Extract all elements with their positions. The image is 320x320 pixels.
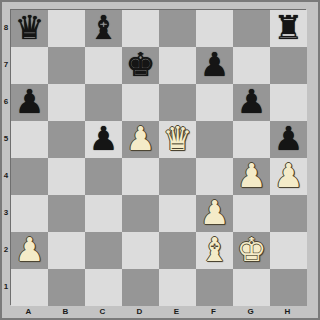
file-label-f: F xyxy=(195,305,232,318)
black-pawn-g6: ♟ xyxy=(233,84,270,121)
rank-label-6: 6 xyxy=(2,83,10,120)
white-pawn-d5: ♟ xyxy=(122,121,159,158)
file-label-b: B xyxy=(47,305,84,318)
rank-label-4: 4 xyxy=(2,157,10,194)
square-g2[interactable]: ♚ xyxy=(233,232,270,269)
square-g6[interactable]: ♟ xyxy=(233,84,270,121)
square-f4[interactable] xyxy=(196,158,233,195)
square-h7[interactable] xyxy=(270,47,307,84)
chess-board-frame: 87654321 ♛♝♜♚♟♟♟♟♟♛♟♟♟♟♟♝♚ ABCDEFGH xyxy=(0,0,320,320)
square-f2[interactable]: ♝ xyxy=(196,232,233,269)
square-b3[interactable] xyxy=(48,195,85,232)
square-f5[interactable] xyxy=(196,121,233,158)
square-b5[interactable] xyxy=(48,121,85,158)
white-king-g2: ♚ xyxy=(233,232,270,269)
black-king-d7: ♚ xyxy=(122,47,159,84)
square-h4[interactable]: ♟ xyxy=(270,158,307,195)
square-g8[interactable] xyxy=(233,10,270,47)
square-d4[interactable] xyxy=(122,158,159,195)
file-label-e: E xyxy=(158,305,195,318)
square-e5[interactable]: ♛ xyxy=(159,121,196,158)
black-bishop-c8: ♝ xyxy=(85,10,122,47)
black-pawn-f7: ♟ xyxy=(196,47,233,84)
white-pawn-h4: ♟ xyxy=(270,158,307,195)
square-c8[interactable]: ♝ xyxy=(85,10,122,47)
rank-label-7: 7 xyxy=(2,46,10,83)
file-labels: ABCDEFGH xyxy=(10,305,306,318)
square-c7[interactable] xyxy=(85,47,122,84)
rank-label-8: 8 xyxy=(2,9,10,46)
black-pawn-a6: ♟ xyxy=(11,84,48,121)
square-g1[interactable] xyxy=(233,269,270,306)
square-e7[interactable] xyxy=(159,47,196,84)
square-e4[interactable] xyxy=(159,158,196,195)
rank-label-1: 1 xyxy=(2,268,10,305)
square-h8[interactable]: ♜ xyxy=(270,10,307,47)
square-e1[interactable] xyxy=(159,269,196,306)
square-b6[interactable] xyxy=(48,84,85,121)
black-pawn-h5: ♟ xyxy=(270,121,307,158)
black-queen-a8: ♛ xyxy=(11,10,48,47)
square-b4[interactable] xyxy=(48,158,85,195)
white-queen-e5: ♛ xyxy=(159,121,196,158)
square-e2[interactable] xyxy=(159,232,196,269)
rank-labels: 87654321 xyxy=(2,9,10,305)
square-d5[interactable]: ♟ xyxy=(122,121,159,158)
square-b8[interactable] xyxy=(48,10,85,47)
square-g3[interactable] xyxy=(233,195,270,232)
rank-label-2: 2 xyxy=(2,231,10,268)
square-h6[interactable] xyxy=(270,84,307,121)
square-c6[interactable] xyxy=(85,84,122,121)
square-f6[interactable] xyxy=(196,84,233,121)
black-pawn-c5: ♟ xyxy=(85,121,122,158)
square-e6[interactable] xyxy=(159,84,196,121)
square-c1[interactable] xyxy=(85,269,122,306)
square-d2[interactable] xyxy=(122,232,159,269)
square-d8[interactable] xyxy=(122,10,159,47)
square-a1[interactable] xyxy=(11,269,48,306)
square-b7[interactable] xyxy=(48,47,85,84)
white-pawn-a2: ♟ xyxy=(11,232,48,269)
square-c4[interactable] xyxy=(85,158,122,195)
square-e3[interactable] xyxy=(159,195,196,232)
square-h5[interactable]: ♟ xyxy=(270,121,307,158)
white-bishop-f2: ♝ xyxy=(196,232,233,269)
white-pawn-f3: ♟ xyxy=(196,195,233,232)
square-d3[interactable] xyxy=(122,195,159,232)
square-f7[interactable]: ♟ xyxy=(196,47,233,84)
square-a7[interactable] xyxy=(11,47,48,84)
square-a4[interactable] xyxy=(11,158,48,195)
square-a6[interactable]: ♟ xyxy=(11,84,48,121)
file-label-a: A xyxy=(10,305,47,318)
square-c3[interactable] xyxy=(85,195,122,232)
rank-label-5: 5 xyxy=(2,120,10,157)
rank-label-3: 3 xyxy=(2,194,10,231)
square-a5[interactable] xyxy=(11,121,48,158)
square-a2[interactable]: ♟ xyxy=(11,232,48,269)
square-g4[interactable]: ♟ xyxy=(233,158,270,195)
square-c2[interactable] xyxy=(85,232,122,269)
file-label-g: G xyxy=(232,305,269,318)
file-label-h: H xyxy=(269,305,306,318)
square-b1[interactable] xyxy=(48,269,85,306)
square-g5[interactable] xyxy=(233,121,270,158)
square-d6[interactable] xyxy=(122,84,159,121)
square-g7[interactable] xyxy=(233,47,270,84)
square-a8[interactable]: ♛ xyxy=(11,10,48,47)
chess-board: ♛♝♜♚♟♟♟♟♟♛♟♟♟♟♟♝♚ xyxy=(10,9,306,305)
square-a3[interactable] xyxy=(11,195,48,232)
square-b2[interactable] xyxy=(48,232,85,269)
square-d7[interactable]: ♚ xyxy=(122,47,159,84)
black-rook-h8: ♜ xyxy=(270,10,307,47)
square-e8[interactable] xyxy=(159,10,196,47)
file-label-c: C xyxy=(84,305,121,318)
square-f1[interactable] xyxy=(196,269,233,306)
white-pawn-g4: ♟ xyxy=(233,158,270,195)
file-label-d: D xyxy=(121,305,158,318)
square-h3[interactable] xyxy=(270,195,307,232)
square-f8[interactable] xyxy=(196,10,233,47)
square-f3[interactable]: ♟ xyxy=(196,195,233,232)
square-c5[interactable]: ♟ xyxy=(85,121,122,158)
square-d1[interactable] xyxy=(122,269,159,306)
square-h1[interactable] xyxy=(270,269,307,306)
square-h2[interactable] xyxy=(270,232,307,269)
